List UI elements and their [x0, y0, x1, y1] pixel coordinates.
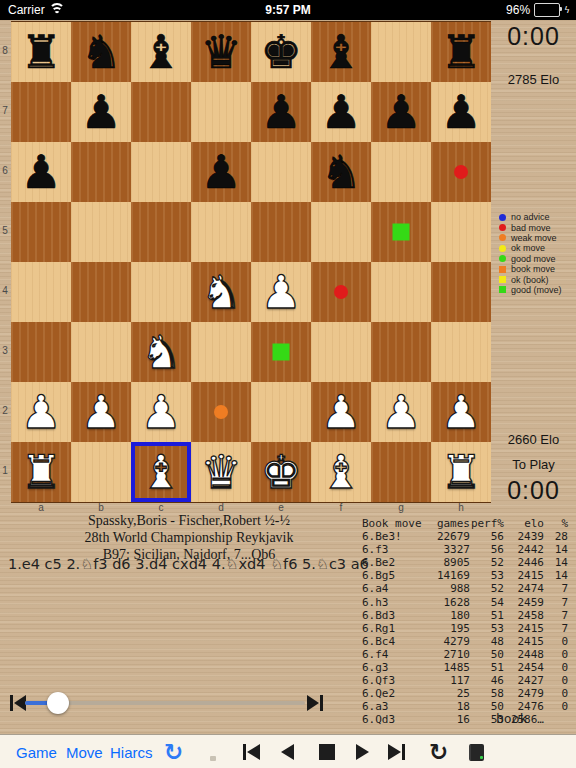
- square-a7[interactable]: [11, 82, 71, 142]
- bottom-toolbar: Game Move Hiarcs ↻ ↻: [0, 734, 576, 768]
- square-e4[interactable]: ♟: [251, 262, 311, 322]
- book-row-6.Be2-col3[interactable]: 2446: [504, 556, 544, 569]
- book-row-6.Bc4-col2[interactable]: 48: [470, 635, 504, 648]
- book-row-6.Qd3-col1[interactable]: 16: [420, 713, 470, 726]
- square-b4[interactable]: [71, 262, 131, 322]
- book-mode-label: book: [496, 711, 527, 726]
- square-d4[interactable]: ♞: [191, 262, 251, 322]
- book-row-6.f4-col2[interactable]: 50: [470, 648, 504, 661]
- book-row-6.Qf3-col1[interactable]: 117: [420, 674, 470, 687]
- square-c3[interactable]: ♞: [131, 322, 191, 382]
- square-g1[interactable]: [371, 442, 431, 502]
- square-f2[interactable]: ♟: [311, 382, 371, 442]
- book-row-6.h3-col2[interactable]: 54: [470, 596, 504, 609]
- book-row-6.Bg5-col0[interactable]: 6.Bg5: [362, 569, 420, 582]
- white-rook-h1: ♜: [440, 442, 481, 502]
- advice-marker-e3: [273, 344, 290, 361]
- book-row-6.Rg1-col3[interactable]: 2415: [504, 622, 544, 635]
- book-row-6.Be2-col1[interactable]: 8905: [420, 556, 470, 569]
- book-row-6.a4-col0[interactable]: 6.a4: [362, 582, 420, 595]
- square-b5[interactable]: [71, 202, 131, 262]
- black-rook-a8: ♜: [20, 22, 61, 82]
- white-pawn-e4: ♟: [260, 262, 301, 322]
- rank-label-1: 1: [0, 441, 10, 501]
- book-row-6.a3-col0[interactable]: 6.a3: [362, 700, 420, 713]
- legend-circle-icon: [499, 245, 506, 252]
- advice-marker-f4: [334, 285, 348, 299]
- white-pawn-h2: ♟: [440, 382, 481, 442]
- square-f4[interactable]: [311, 262, 371, 322]
- black-clock: 0:00: [491, 22, 576, 51]
- square-h2[interactable]: ♟: [431, 382, 491, 442]
- book-row-6.Rg1-col2[interactable]: 53: [470, 622, 504, 635]
- rank-label-4: 4: [0, 261, 10, 321]
- engine-button[interactable]: Hiarcs: [110, 735, 153, 768]
- legend-label: ok move: [511, 243, 545, 253]
- white-bishop-f1: ♝: [320, 442, 361, 502]
- white-rook-a1: ♜: [20, 442, 61, 502]
- square-d8[interactable]: ♛: [191, 22, 251, 82]
- square-c1[interactable]: ♝: [131, 442, 191, 502]
- book-row-6.Bc4-col3[interactable]: 2415: [504, 635, 544, 648]
- game-position-slider[interactable]: [0, 688, 350, 718]
- advice-legend: no advicebad moveweak moveok movegood mo…: [499, 212, 576, 295]
- book-database-icon[interactable]: [469, 735, 484, 768]
- black-rook-h8: ♜: [440, 22, 481, 82]
- legend-label: ok (book): [511, 275, 549, 285]
- book-row-6.Qe2-col3[interactable]: 2479: [504, 687, 544, 700]
- book-col-header: perf%: [470, 517, 504, 530]
- book-row-6.h3-col3[interactable]: 2459: [504, 596, 544, 609]
- book-row-6.Bc4-col1[interactable]: 4279: [420, 635, 470, 648]
- black-pawn-e7: ♟: [260, 82, 301, 142]
- book-row-6.Bg5-col1[interactable]: 14169: [420, 569, 470, 582]
- book-row-6.Rg1-col0[interactable]: 6.Rg1: [362, 622, 420, 635]
- square-g3[interactable]: [371, 322, 431, 382]
- square-d1[interactable]: ♛: [191, 442, 251, 502]
- black-queen-d8: ♛: [200, 22, 241, 82]
- square-h4[interactable]: [431, 262, 491, 322]
- legend-item: bad move: [499, 222, 576, 232]
- book-row-6.f3-col0[interactable]: 6.f3: [362, 543, 420, 556]
- book-row-6.Qe2-col0[interactable]: 6.Qe2: [362, 687, 420, 700]
- book-row-6.g3-col2[interactable]: 51: [470, 661, 504, 674]
- book-row-6.Bg5-col2[interactable]: 53: [470, 569, 504, 582]
- square-c4[interactable]: [131, 262, 191, 322]
- book-row-6.a4-col4[interactable]: 7: [544, 582, 568, 595]
- advice-marker-h6: [454, 165, 468, 179]
- square-b3[interactable]: [71, 322, 131, 382]
- square-g6[interactable]: [371, 142, 431, 202]
- book-row-6.Bd3-col1[interactable]: 180: [420, 609, 470, 622]
- book-row-6.Bc4-col4[interactable]: 0: [544, 635, 568, 648]
- square-c7[interactable]: [131, 82, 191, 142]
- square-e5[interactable]: [251, 202, 311, 262]
- legend-square-icon: [499, 266, 506, 273]
- book-row-6.Bd3-col2[interactable]: 51: [470, 609, 504, 622]
- square-e7[interactable]: ♟: [251, 82, 311, 142]
- battery-percent: 96%: [506, 3, 530, 17]
- white-pawn-b2: ♟: [80, 382, 121, 442]
- legend-circle-icon: [499, 214, 506, 221]
- white-knight-c3: ♞: [140, 322, 181, 382]
- square-e2[interactable]: [251, 382, 311, 442]
- square-a2[interactable]: ♟: [11, 382, 71, 442]
- rank-label-5: 5: [0, 201, 10, 261]
- black-pawn-a6: ♟: [20, 142, 61, 202]
- square-g5[interactable]: [371, 202, 431, 262]
- book-row-6.f3-col3[interactable]: 2442: [504, 543, 544, 556]
- move-list: 1.e4 c5 2.♘f3 d6 3.d4 cxd4 4.♘xd4 ♘f6 5.…: [8, 556, 378, 572]
- square-e1[interactable]: ♚: [251, 442, 311, 502]
- stop-icon[interactable]: [319, 735, 335, 768]
- square-b2[interactable]: ♟: [71, 382, 131, 442]
- book-row-6.Rg1-col4[interactable]: 7: [544, 622, 568, 635]
- square-b6[interactable]: [71, 142, 131, 202]
- white-pawn-f2: ♟: [320, 382, 361, 442]
- black-elo: 2785 Elo: [491, 72, 576, 87]
- book-row-6.f4-col1[interactable]: 2710: [420, 648, 470, 661]
- white-bishop-c1: ♝: [140, 442, 181, 502]
- square-f1[interactable]: ♝: [311, 442, 371, 502]
- square-a1[interactable]: ♜: [11, 442, 71, 502]
- square-c6[interactable]: [131, 142, 191, 202]
- legend-item: good (move): [499, 285, 576, 295]
- legend-label: weak move: [511, 233, 557, 243]
- sync-icon[interactable]: ↻: [429, 735, 448, 768]
- square-a3[interactable]: [11, 322, 71, 382]
- black-pawn-g7: ♟: [380, 82, 421, 142]
- book-row-6.Qe2-col1[interactable]: 25: [420, 687, 470, 700]
- book-row-6.Bg5-col3[interactable]: 2415: [504, 569, 544, 582]
- advice-marker-g5: [393, 224, 410, 241]
- white-knight-d4: ♞: [200, 262, 241, 322]
- to-play-label: To Play: [491, 457, 576, 472]
- book-row-6.Qf3-col0[interactable]: 6.Qf3: [362, 674, 420, 687]
- square-f8[interactable]: ♝: [311, 22, 371, 82]
- square-h3[interactable]: [431, 322, 491, 382]
- square-a8[interactable]: ♜: [11, 22, 71, 82]
- move-button[interactable]: Move: [66, 735, 103, 768]
- status-bar: Carrier 9:57 PM 96% ϟ: [0, 0, 576, 20]
- square-a5[interactable]: [11, 202, 71, 262]
- black-pawn-h7: ♟: [440, 82, 481, 142]
- black-bishop-c8: ♝: [140, 22, 181, 82]
- book-row-6.Be3!-col2[interactable]: 56: [470, 530, 504, 543]
- square-f3[interactable]: [311, 322, 371, 382]
- book-row-6.Qd3-col4[interactable]: [544, 713, 568, 726]
- clock-time: 9:57 PM: [0, 3, 576, 17]
- skip-to-start-icon[interactable]: [243, 735, 260, 768]
- square-d5[interactable]: [191, 202, 251, 262]
- square-g4[interactable]: [371, 262, 431, 322]
- book-row-6.Qf3-col3[interactable]: 2427: [504, 674, 544, 687]
- square-d7[interactable]: [191, 82, 251, 142]
- book-row-6.Qe2-col2[interactable]: 58: [470, 687, 504, 700]
- legend-item: book move: [499, 264, 576, 274]
- black-pawn-f7: ♟: [320, 82, 361, 142]
- legend-circle-icon: [499, 234, 506, 241]
- game-button[interactable]: Game: [16, 735, 57, 768]
- square-f7[interactable]: ♟: [311, 82, 371, 142]
- rank-label-8: 8: [0, 21, 10, 81]
- book-row-6.a3-col4[interactable]: 0: [544, 700, 568, 713]
- rank-label-7: 7: [0, 81, 10, 141]
- players-result: Spassky,Boris - Fischer,Robert ½-½: [0, 512, 378, 529]
- book-row-6.Bd3-col3[interactable]: 2458: [504, 609, 544, 622]
- rank-label-3: 3: [0, 321, 10, 381]
- legend-item: ok (book): [499, 274, 576, 284]
- book-row-6.f3-col4[interactable]: 14: [544, 543, 568, 556]
- square-h5[interactable]: [431, 202, 491, 262]
- square-d6[interactable]: ♟: [191, 142, 251, 202]
- book-row-6.Be2-col0[interactable]: 6.Be2: [362, 556, 420, 569]
- book-row-6.f3-col2[interactable]: 56: [470, 543, 504, 556]
- book-row-6.Bd3-col0[interactable]: 6.Bd3: [362, 609, 420, 622]
- book-row-6.Be3!-col3[interactable]: 2439: [504, 530, 544, 543]
- square-h6[interactable]: [431, 142, 491, 202]
- book-row-6.a3-col1[interactable]: 18: [420, 700, 470, 713]
- book-col-header: games: [420, 517, 470, 530]
- black-pawn-b7: ♟: [80, 82, 121, 142]
- book-move-table[interactable]: Book movegamesperf%elo%6.Be3!22679562439…: [362, 517, 568, 727]
- square-g8[interactable]: [371, 22, 431, 82]
- refresh-icon[interactable]: ↻: [164, 735, 183, 768]
- book-row-6.Bd3-col4[interactable]: 7: [544, 609, 568, 622]
- legend-label: good move: [511, 254, 556, 264]
- slider-skip-end-icon[interactable]: [307, 695, 323, 711]
- step-back-icon[interactable]: [281, 735, 294, 768]
- white-pawn-a2: ♟: [20, 382, 61, 442]
- chess-board[interactable]: ♜♞♝♛♚♝♜♟♟♟♟♟♟♟♞♞♟♞♟♟♟♟♟♟♜♝♛♚♝♜: [11, 21, 491, 503]
- book-row-6.Bg5-col4[interactable]: 14: [544, 569, 568, 582]
- square-c5[interactable]: [131, 202, 191, 262]
- square-b7[interactable]: ♟: [71, 82, 131, 142]
- legend-item: ok move: [499, 243, 576, 253]
- book-row-6.g3-col4[interactable]: 0: [544, 661, 568, 674]
- rank-labels: 87654321: [0, 21, 10, 501]
- battery-icon: [534, 3, 560, 17]
- legend-label: book move: [511, 264, 555, 274]
- book-row-6.f4-col0[interactable]: 6.f4: [362, 648, 420, 661]
- black-knight-b8: ♞: [80, 22, 121, 82]
- book-row-6.Be2-col4[interactable]: 14: [544, 556, 568, 569]
- book-row-6.Bc4-col0[interactable]: 6.Bc4: [362, 635, 420, 648]
- file-label-h: h: [431, 501, 491, 514]
- white-elo: 2660 Elo: [491, 432, 576, 447]
- book-row-6.a4-col2[interactable]: 52: [470, 582, 504, 595]
- book-row-6.f4-col4[interactable]: 0: [544, 648, 568, 661]
- legend-item: weak move: [499, 233, 576, 243]
- square-e6[interactable]: [251, 142, 311, 202]
- book-row-6.h3-col1[interactable]: 1628: [420, 596, 470, 609]
- skip-to-end-icon[interactable]: [388, 735, 405, 768]
- book-col-header: elo: [504, 517, 544, 530]
- square-h7[interactable]: ♟: [431, 82, 491, 142]
- book-row-6.Be2-col2[interactable]: 52: [470, 556, 504, 569]
- legend-item: no advice: [499, 212, 576, 222]
- book-row-6.Qf3-col2[interactable]: 46: [470, 674, 504, 687]
- book-row-6.Be3!-col1[interactable]: 22679: [420, 530, 470, 543]
- black-knight-f6: ♞: [320, 142, 361, 202]
- white-pawn-g2: ♟: [380, 382, 421, 442]
- book-row-6.Rg1-col1[interactable]: 195: [420, 622, 470, 635]
- square-e8[interactable]: ♚: [251, 22, 311, 82]
- book-row-6.f4-col3[interactable]: 2448: [504, 648, 544, 661]
- rank-label-2: 2: [0, 381, 10, 441]
- slider-thumb[interactable]: [47, 692, 69, 714]
- black-king-e8: ♚: [260, 22, 301, 82]
- square-h8[interactable]: ♜: [431, 22, 491, 82]
- square-f5[interactable]: [311, 202, 371, 262]
- square-a4[interactable]: [11, 262, 71, 322]
- event-name: 28th World Championship Reykjavik: [0, 529, 378, 546]
- book-row-6.a4-col3[interactable]: 2474: [504, 582, 544, 595]
- book-row-6.g3-col0[interactable]: 6.g3: [362, 661, 420, 674]
- book-row-6.Qf3-col4[interactable]: 0: [544, 674, 568, 687]
- square-g7[interactable]: ♟: [371, 82, 431, 142]
- book-row-6.Be3!-col0[interactable]: 6.Be3!: [362, 530, 420, 543]
- black-pawn-d6: ♟: [200, 142, 241, 202]
- square-c8[interactable]: ♝: [131, 22, 191, 82]
- square-g2[interactable]: ♟: [371, 382, 431, 442]
- book-row-6.h3-col4[interactable]: 7: [544, 596, 568, 609]
- square-h1[interactable]: ♜: [431, 442, 491, 502]
- book-row-6.Qd3-col0[interactable]: 6.Qd3: [362, 713, 420, 726]
- legend-label: bad move: [511, 223, 551, 233]
- hint-lightbulb-icon[interactable]: [206, 735, 219, 768]
- legend-label: good (move): [511, 285, 562, 295]
- charging-bolt-icon: ϟ: [564, 5, 570, 15]
- legend-item: good move: [499, 254, 576, 264]
- step-forward-icon[interactable]: [356, 735, 369, 768]
- slider-skip-start-icon[interactable]: [10, 695, 26, 711]
- square-e3[interactable]: [251, 322, 311, 382]
- white-clock: 0:00: [491, 476, 576, 505]
- book-row-6.a4-col1[interactable]: 988: [420, 582, 470, 595]
- book-row-6.f3-col1[interactable]: 3327: [420, 543, 470, 556]
- white-pawn-c2: ♟: [140, 382, 181, 442]
- book-row-6.h3-col0[interactable]: 6.h3: [362, 596, 420, 609]
- square-a6[interactable]: ♟: [11, 142, 71, 202]
- legend-square-icon: [499, 286, 506, 293]
- square-b1[interactable]: [71, 442, 131, 502]
- white-queen-d1: ♛: [200, 442, 241, 502]
- rank-label-6: 6: [0, 141, 10, 201]
- legend-circle-icon: [499, 255, 506, 262]
- legend-label: no advice: [511, 212, 550, 222]
- legend-circle-icon: [499, 224, 506, 231]
- white-king-e1: ♚: [260, 442, 301, 502]
- black-bishop-f8: ♝: [320, 22, 361, 82]
- file-label-g: g: [371, 501, 431, 514]
- square-b8[interactable]: ♞: [71, 22, 131, 82]
- legend-square-icon: [499, 276, 506, 283]
- square-d3[interactable]: [191, 322, 251, 382]
- book-row-6.g3-col3[interactable]: 2454: [504, 661, 544, 674]
- square-c2[interactable]: ♟: [131, 382, 191, 442]
- book-col-header: Book move: [362, 517, 420, 530]
- advice-marker-d2: [214, 405, 228, 419]
- book-col-header: %: [544, 517, 568, 530]
- square-d2[interactable]: [191, 382, 251, 442]
- square-f6[interactable]: ♞: [311, 142, 371, 202]
- book-row-6.g3-col1[interactable]: 1485: [420, 661, 470, 674]
- book-row-6.Be3!-col4[interactable]: 28: [544, 530, 568, 543]
- book-row-6.Qe2-col4[interactable]: 0: [544, 687, 568, 700]
